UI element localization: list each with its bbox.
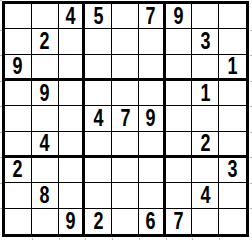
spreadsheet-gridline-tick [250, 106, 252, 107]
cell-r5c6[interactable]: 9 [139, 106, 166, 131]
cell-r7c7[interactable] [166, 158, 193, 183]
cell-r4c4[interactable] [85, 81, 112, 106]
cell-r7c4[interactable] [85, 158, 112, 183]
cell-r6c6[interactable] [139, 132, 166, 158]
cell-r2c6[interactable] [139, 29, 166, 54]
cell-r8c4[interactable] [85, 183, 112, 208]
cell-r5c3[interactable] [59, 106, 86, 131]
cell-r5c9[interactable] [219, 106, 246, 131]
given-digit: 4 [40, 132, 50, 155]
cell-r4c3[interactable] [59, 81, 86, 106]
given-digit: 7 [174, 210, 184, 233]
given-digit: 9 [146, 107, 156, 130]
cell-r9c3[interactable]: 9 [59, 209, 86, 234]
cell-r9c4[interactable]: 2 [85, 209, 112, 234]
cell-r4c8[interactable]: 1 [192, 81, 219, 106]
given-digit: 2 [93, 210, 103, 233]
cell-r2c5[interactable] [112, 29, 139, 54]
cell-r1c2[interactable] [32, 4, 59, 29]
spreadsheet-gridline-tick [0, 81, 2, 82]
given-digit: 9 [40, 82, 50, 105]
cell-r9c8[interactable] [192, 209, 219, 234]
cell-r5c7[interactable] [166, 106, 193, 131]
cell-r3c6[interactable] [139, 55, 166, 81]
cell-r3c7[interactable] [166, 55, 193, 81]
cell-r1c4[interactable]: 5 [85, 4, 112, 29]
cell-r1c1[interactable] [5, 4, 32, 29]
given-digit: 3 [200, 30, 210, 53]
given-digit: 9 [174, 5, 184, 28]
cell-r3c8[interactable] [192, 55, 219, 81]
cell-r2c1[interactable] [5, 29, 32, 54]
cell-r2c8[interactable]: 3 [192, 29, 219, 54]
cell-r9c5[interactable] [112, 209, 139, 234]
cell-r3c9[interactable]: 1 [219, 55, 246, 81]
cell-r6c7[interactable] [166, 132, 193, 158]
spreadsheet-gridline-tick [250, 81, 252, 82]
cell-r8c9[interactable] [219, 183, 246, 208]
given-digit: 9 [65, 210, 75, 233]
cell-r9c9[interactable] [219, 209, 246, 234]
spreadsheet-gridline-tick [0, 208, 2, 209]
given-digit: 9 [13, 55, 23, 78]
given-digit: 2 [40, 30, 50, 53]
given-digit: 8 [40, 184, 50, 207]
cell-r3c4[interactable] [85, 55, 112, 81]
cell-r7c5[interactable] [112, 158, 139, 183]
given-digit: 2 [13, 158, 23, 181]
cell-r2c9[interactable] [219, 29, 246, 54]
cell-r7c3[interactable] [59, 158, 86, 183]
sudoku-board: 45792391914794223849267 [2, 1, 249, 237]
spreadsheet-gridline-tick [250, 208, 252, 209]
cell-r9c2[interactable] [32, 209, 59, 234]
cell-r4c1[interactable] [5, 81, 32, 106]
cell-r4c5[interactable] [112, 81, 139, 106]
cell-r1c6[interactable]: 7 [139, 4, 166, 29]
cell-r7c2[interactable] [32, 158, 59, 183]
cell-r5c8[interactable] [192, 106, 219, 131]
cell-r1c5[interactable] [112, 4, 139, 29]
given-digit: 4 [200, 184, 210, 207]
spreadsheet-gridline-tick [250, 183, 252, 184]
cell-r2c3[interactable] [59, 29, 86, 54]
spreadsheet-gridline-tick [250, 30, 252, 31]
given-digit: 2 [200, 132, 210, 155]
cell-r6c9[interactable] [219, 132, 246, 158]
spreadsheet-gridline-tick [250, 55, 252, 56]
spreadsheet-gridline-tick [0, 30, 2, 31]
cell-r1c7[interactable]: 9 [166, 4, 193, 29]
cell-r6c3[interactable] [59, 132, 86, 158]
cell-r3c3[interactable] [59, 55, 86, 81]
given-digit: 7 [120, 107, 130, 130]
cell-r6c8[interactable]: 2 [192, 132, 219, 158]
cell-r9c1[interactable] [5, 209, 32, 234]
cell-r5c5[interactable]: 7 [112, 106, 139, 131]
spreadsheet-gridline-tick [0, 106, 2, 107]
cell-r5c2[interactable] [32, 106, 59, 131]
sudoku-screenshot: 45792391914794223849267 [0, 0, 252, 240]
spreadsheet-gridline-tick [250, 157, 252, 158]
cell-r7c1[interactable]: 2 [5, 158, 32, 183]
cell-r4c2[interactable]: 9 [32, 81, 59, 106]
spreadsheet-gridline-tick [0, 132, 2, 133]
cell-r7c8[interactable] [192, 158, 219, 183]
cell-r1c8[interactable] [192, 4, 219, 29]
cell-r9c7[interactable]: 7 [166, 209, 193, 234]
given-digit: 6 [146, 210, 156, 233]
cell-r2c4[interactable] [85, 29, 112, 54]
cell-r2c2[interactable]: 2 [32, 29, 59, 54]
cell-r5c4[interactable]: 4 [85, 106, 112, 131]
cell-r1c9[interactable] [219, 4, 246, 29]
cell-r7c6[interactable] [139, 158, 166, 183]
cell-r8c6[interactable] [139, 183, 166, 208]
cell-r6c5[interactable] [112, 132, 139, 158]
given-digit: 7 [146, 5, 156, 28]
given-digit: 1 [228, 55, 238, 78]
spreadsheet-gridline-tick [250, 132, 252, 133]
cell-r1c3[interactable]: 4 [59, 4, 86, 29]
cell-r8c7[interactable] [166, 183, 193, 208]
given-digit: 1 [200, 82, 210, 105]
cell-r8c8[interactable]: 4 [192, 183, 219, 208]
cell-r4c9[interactable] [219, 81, 246, 106]
spreadsheet-gridline-tick [0, 157, 2, 158]
cell-r6c2[interactable]: 4 [32, 132, 59, 158]
cell-r4c6[interactable] [139, 81, 166, 106]
cell-r3c1[interactable]: 9 [5, 55, 32, 81]
spreadsheet-gridline-tick [0, 183, 2, 184]
cell-r9c6[interactable]: 6 [139, 209, 166, 234]
cell-r8c3[interactable] [59, 183, 86, 208]
cell-r2c7[interactable] [166, 29, 193, 54]
cell-r6c4[interactable] [85, 132, 112, 158]
given-digit: 4 [93, 107, 103, 130]
given-digit: 4 [65, 5, 75, 28]
cell-r3c2[interactable] [32, 55, 59, 81]
spreadsheet-gridline-tick [0, 55, 2, 56]
cell-r6c1[interactable] [5, 132, 32, 158]
cell-r3c5[interactable] [112, 55, 139, 81]
cell-r8c1[interactable] [5, 183, 32, 208]
cell-r5c1[interactable] [5, 106, 32, 131]
given-digit: 5 [93, 5, 103, 28]
cell-r4c7[interactable] [166, 81, 193, 106]
given-digit: 3 [228, 158, 238, 181]
cell-r8c2[interactable]: 8 [32, 183, 59, 208]
cell-r8c5[interactable] [112, 183, 139, 208]
cell-r7c9[interactable]: 3 [219, 158, 246, 183]
